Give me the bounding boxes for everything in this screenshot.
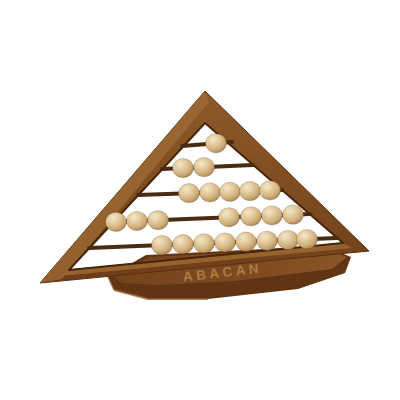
bead-rod3 — [220, 182, 241, 201]
bead-rod4 — [127, 211, 148, 230]
bead-rod5 — [257, 231, 278, 250]
bead-rod5 — [215, 233, 236, 252]
bead-rod5 — [173, 235, 194, 254]
bead-rod4 — [283, 205, 304, 224]
bead-rod4 — [148, 211, 169, 230]
bead-rod5 — [297, 230, 318, 249]
bead-rod3 — [260, 181, 281, 200]
bead-rod4 — [219, 208, 240, 227]
bead-rod5 — [236, 232, 257, 251]
abacus-graphic: ABACAN — [0, 0, 400, 400]
bead-rod4 — [106, 212, 127, 231]
bead-rod1 — [206, 134, 227, 153]
product-photo: ABACAN — [0, 0, 400, 400]
bead-rod2 — [194, 158, 215, 177]
bead-rod3 — [240, 182, 261, 201]
bead-rod3 — [179, 184, 200, 203]
bead-rod5 — [194, 234, 215, 253]
bead-rod5 — [152, 236, 173, 255]
bead-rod4 — [262, 206, 283, 225]
bead-rod5 — [278, 230, 299, 249]
bead-rod4 — [241, 207, 262, 226]
bead-rod2 — [173, 159, 194, 178]
bead-rod3 — [200, 183, 221, 202]
